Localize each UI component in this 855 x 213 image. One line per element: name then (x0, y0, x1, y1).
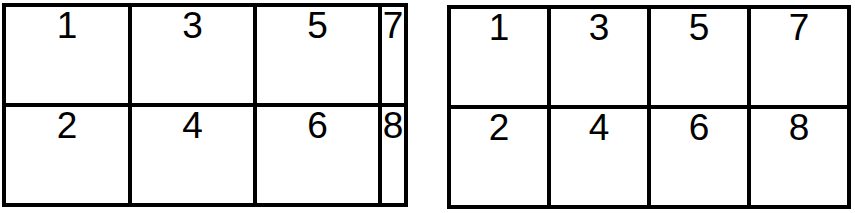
left-cell-r2c1: 2 (6, 107, 128, 203)
right-cell-r2c3: 6 (651, 109, 747, 205)
left-cell-r1c4: 7 (382, 7, 404, 103)
right-cell-r1c4: 7 (751, 9, 847, 105)
right-cell-r1c2: 3 (551, 9, 647, 105)
left-cell-r2c4: 8 (382, 107, 404, 203)
left-cell-r1c3: 5 (257, 7, 378, 103)
left-cell-r2c2: 4 (132, 107, 253, 203)
right-cell-r2c1: 2 (451, 109, 547, 205)
right-cell-r2c4: 8 (751, 109, 847, 205)
left-table: 1 3 5 7 2 4 6 8 (2, 3, 408, 207)
right-cell-r2c2: 4 (551, 109, 647, 205)
left-cell-r1c1: 1 (6, 7, 128, 103)
page-canvas: 1 3 5 7 2 4 6 8 1 3 5 7 2 4 6 8 (0, 0, 855, 213)
right-cell-r1c3: 5 (651, 9, 747, 105)
left-cell-r1c2: 3 (132, 7, 253, 103)
left-cell-r2c3: 6 (257, 107, 378, 203)
right-cell-r1c1: 1 (451, 9, 547, 105)
right-table: 1 3 5 7 2 4 6 8 (447, 5, 851, 209)
